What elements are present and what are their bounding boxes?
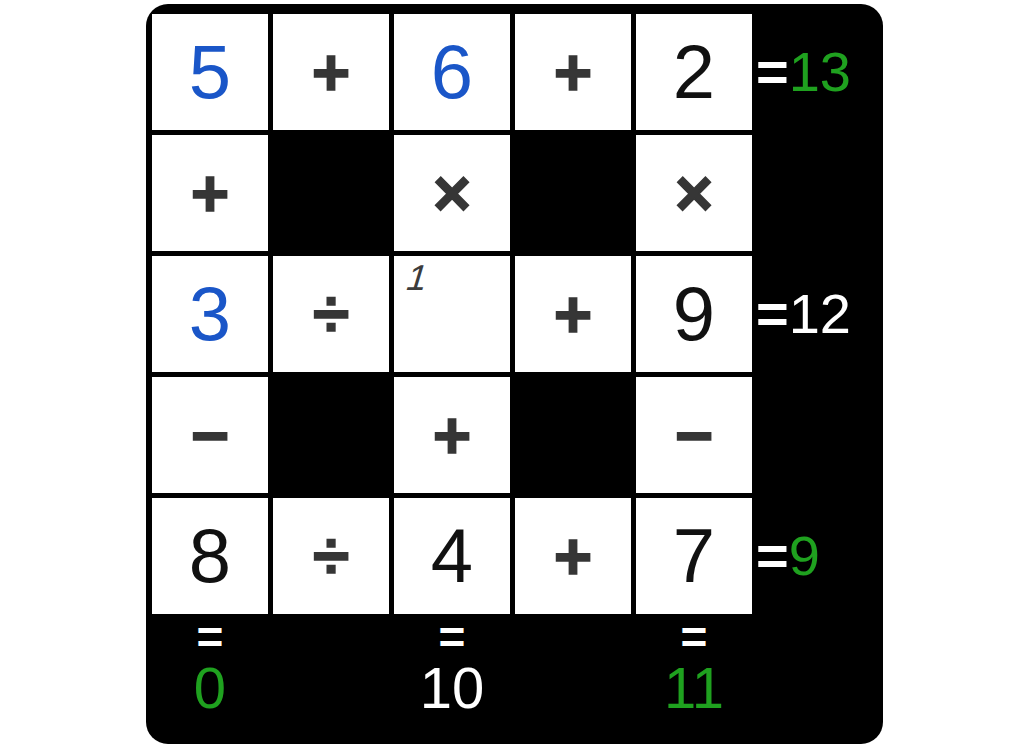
cell-r2c2-block bbox=[273, 135, 389, 251]
cell-r5c1: 8 bbox=[152, 498, 268, 614]
row-result-1: =13 bbox=[756, 14, 851, 130]
cell-r5c5: 7 bbox=[636, 498, 752, 614]
cell-r2c1-operator: + bbox=[152, 135, 268, 251]
cell-r1c5: 2 bbox=[636, 14, 752, 130]
cell-r3c1[interactable]: 3 bbox=[152, 256, 268, 372]
cell-r1c3[interactable]: 6 bbox=[394, 14, 510, 130]
col-result-value: 11 bbox=[636, 658, 752, 718]
row-result-3: =12 bbox=[756, 256, 851, 372]
col-result-value: 10 bbox=[394, 658, 510, 718]
cell-r2c3-operator: × bbox=[394, 135, 510, 251]
row-result-value: 13 bbox=[789, 44, 851, 100]
cell-r3c2-operator: ÷ bbox=[273, 256, 389, 372]
page: 5 + 6 + 2 + × × 3 ÷ 1 + 9 − + − 8 ÷ 4 bbox=[0, 0, 1024, 755]
pencil-mark: 1 bbox=[405, 258, 429, 298]
cell-r1c4-operator: + bbox=[515, 14, 631, 130]
cell-r4c3-operator: + bbox=[394, 377, 510, 493]
puzzle-board: 5 + 6 + 2 + × × 3 ÷ 1 + 9 − + − 8 ÷ 4 bbox=[146, 4, 883, 744]
cell-r4c5-operator: − bbox=[636, 377, 752, 493]
cell-r5c3: 4 bbox=[394, 498, 510, 614]
cell-r3c4-operator: + bbox=[515, 256, 631, 372]
cell-r4c4-block bbox=[515, 377, 631, 493]
cell-r1c2-operator: + bbox=[273, 14, 389, 130]
cell-r4c1-operator: − bbox=[152, 377, 268, 493]
equals-sign: = bbox=[756, 286, 789, 342]
cell-r3c5: 9 bbox=[636, 256, 752, 372]
puzzle-grid: 5 + 6 + 2 + × × 3 ÷ 1 + 9 − + − 8 ÷ 4 bbox=[152, 14, 752, 614]
row-result-5: =9 bbox=[756, 498, 820, 614]
cell-r3c3-empty[interactable]: 1 bbox=[394, 256, 510, 372]
row-result-value: 12 bbox=[789, 286, 851, 342]
equals-sign: = bbox=[152, 618, 268, 656]
cell-r4c2-block bbox=[273, 377, 389, 493]
col-result-3: = 10 bbox=[394, 618, 510, 718]
col-result-1: = 0 bbox=[152, 618, 268, 718]
col-result-value: 0 bbox=[152, 658, 268, 718]
equals-sign: = bbox=[756, 528, 789, 584]
cell-r5c2-operator: ÷ bbox=[273, 498, 389, 614]
row-result-value: 9 bbox=[789, 528, 820, 584]
col-result-5: = 11 bbox=[636, 618, 752, 718]
equals-sign: = bbox=[636, 618, 752, 656]
equals-sign: = bbox=[756, 44, 789, 100]
equals-sign: = bbox=[394, 618, 510, 656]
cell-r2c4-block bbox=[515, 135, 631, 251]
cell-r5c4-operator: + bbox=[515, 498, 631, 614]
cell-r1c1[interactable]: 5 bbox=[152, 14, 268, 130]
cell-r2c5-operator: × bbox=[636, 135, 752, 251]
